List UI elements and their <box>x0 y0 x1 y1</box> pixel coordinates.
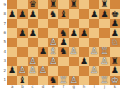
rank-label-9: 9 <box>0 0 7 9</box>
piece-black-pawn: ♟ <box>18 9 26 18</box>
square-j5[interactable] <box>99 38 109 47</box>
square-g2[interactable] <box>69 66 79 75</box>
rank-labels: 987654321 <box>0 0 7 85</box>
square-h9[interactable] <box>79 0 89 9</box>
square-b4[interactable] <box>17 47 27 56</box>
square-c7[interactable] <box>28 19 38 28</box>
piece-black-pawn: ♟ <box>8 66 16 75</box>
piece-black-pawn: ♟ <box>80 57 88 66</box>
square-k5[interactable]: ♘ <box>110 38 120 47</box>
file-labels: abcdefghijk <box>7 85 120 91</box>
square-f3[interactable] <box>58 57 68 66</box>
piece-black-pawn: ♟ <box>70 28 78 37</box>
piece-black-pawn: ♟ <box>59 38 67 47</box>
square-c4[interactable] <box>28 47 38 56</box>
piece-white-pawn: ♙ <box>29 57 37 66</box>
piece-white-bishop: ♗ <box>49 47 57 56</box>
piece-black-knight: ♞ <box>59 28 67 37</box>
square-b7[interactable] <box>17 19 27 28</box>
piece-white-rook: ♖ <box>101 76 109 85</box>
square-h8[interactable] <box>79 9 89 18</box>
square-g8[interactable] <box>69 9 79 18</box>
piece-white-pawn: ♙ <box>90 47 98 56</box>
square-a2[interactable]: ♟ <box>7 66 17 75</box>
piece-black-queen: ♛ <box>29 0 37 9</box>
piece-black-pawn: ♟ <box>101 9 109 18</box>
square-e8[interactable]: ♞ <box>48 9 58 18</box>
square-g7[interactable] <box>69 19 79 28</box>
square-b3[interactable] <box>17 57 27 66</box>
square-i7[interactable] <box>89 19 99 28</box>
square-j9[interactable]: ♜ <box>99 0 109 9</box>
square-f9[interactable] <box>58 0 68 9</box>
square-c9[interactable]: ♛ <box>28 0 38 9</box>
square-k3[interactable]: ♜ <box>110 57 120 66</box>
square-e2[interactable] <box>48 66 58 75</box>
piece-white-pawn: ♙ <box>101 57 109 66</box>
square-f4[interactable]: ♞ <box>58 47 68 56</box>
square-j6[interactable] <box>99 28 109 37</box>
square-h7[interactable] <box>79 19 89 28</box>
rank-label-2: 2 <box>0 66 7 75</box>
square-b6[interactable]: ♟ <box>17 28 27 37</box>
square-g5[interactable] <box>69 38 79 47</box>
rank-label-1: 1 <box>0 76 7 85</box>
square-c2[interactable]: ♙ <box>28 66 38 75</box>
square-a3[interactable] <box>7 57 17 66</box>
piece-black-knight: ♞ <box>59 47 67 56</box>
piece-black-pawn: ♟ <box>29 9 37 18</box>
rank-label-6: 6 <box>0 28 7 37</box>
piece-black-rook: ♜ <box>70 0 78 9</box>
square-h4[interactable] <box>79 47 89 56</box>
square-g3[interactable] <box>69 57 79 66</box>
square-b5[interactable] <box>17 38 27 47</box>
square-d3[interactable] <box>38 57 48 66</box>
piece-white-pawn: ♙ <box>70 47 78 56</box>
square-c3[interactable]: ♙ <box>28 57 38 66</box>
rank-label-4: 4 <box>0 47 7 56</box>
square-j4[interactable]: ♖ <box>99 47 109 56</box>
square-j3[interactable]: ♙ <box>99 57 109 66</box>
piece-black-pawn: ♟ <box>111 66 119 75</box>
square-k6[interactable]: ♟ <box>110 28 120 37</box>
square-b9[interactable] <box>17 0 27 9</box>
square-d6[interactable] <box>38 28 48 37</box>
piece-white-pawn: ♙ <box>70 76 78 85</box>
square-a9[interactable] <box>7 0 17 9</box>
file-label-a: a <box>7 85 17 91</box>
square-k2[interactable]: ♟ <box>110 66 120 75</box>
square-j2[interactable] <box>99 66 109 75</box>
square-d2[interactable]: ♙ <box>38 66 48 75</box>
square-d7[interactable] <box>38 19 48 28</box>
piece-black-pawn: ♟ <box>8 9 16 18</box>
piece-black-king: ♚ <box>111 9 119 18</box>
square-d9[interactable] <box>38 0 48 9</box>
file-label-k: k <box>110 85 120 91</box>
piece-white-pawn: ♙ <box>49 57 57 66</box>
square-d4[interactable]: ♟ <box>38 47 48 56</box>
chess-diagram: 987654321 ♛♜♜♜♟♟♟♞♝♟♟♚♟♟♟♞♟♟♟♙♟♘♟♗♞♙♙♖♙♙… <box>0 0 120 91</box>
square-k8[interactable]: ♚ <box>110 9 120 18</box>
piece-black-bishop: ♝ <box>59 9 67 18</box>
rank-label-5: 5 <box>0 38 7 47</box>
square-k9[interactable] <box>110 0 120 9</box>
piece-white-rook: ♖ <box>101 47 109 56</box>
square-f2[interactable] <box>58 66 68 75</box>
piece-black-rook: ♜ <box>49 0 57 9</box>
piece-black-pawn: ♟ <box>80 28 88 37</box>
square-k7[interactable]: ♟ <box>110 19 120 28</box>
piece-black-knight: ♞ <box>49 9 57 18</box>
square-h3[interactable]: ♟ <box>79 57 89 66</box>
file-label-h: h <box>79 85 89 91</box>
file-label-f: f <box>58 85 68 91</box>
square-a8[interactable]: ♟ <box>7 9 17 18</box>
rank-label-8: 8 <box>0 9 7 18</box>
square-i8[interactable]: ♟ <box>89 9 99 18</box>
square-g9[interactable]: ♜ <box>69 0 79 9</box>
chess-board: ♛♜♜♜♟♟♟♞♝♟♟♚♟♟♟♞♟♟♟♙♟♘♟♗♞♙♙♖♙♙♟♙♜♟♙♙♙♙♟♝… <box>7 0 120 85</box>
square-b8[interactable]: ♟ <box>17 9 27 18</box>
square-f6[interactable]: ♞ <box>58 28 68 37</box>
square-i5[interactable] <box>89 38 99 47</box>
piece-black-pawn: ♟ <box>39 47 47 56</box>
square-i9[interactable] <box>89 0 99 9</box>
piece-white-pawn: ♙ <box>90 66 98 75</box>
square-e4[interactable]: ♗ <box>48 47 58 56</box>
piece-white-pawn: ♙ <box>18 66 26 75</box>
rank-label-7: 7 <box>0 19 7 28</box>
square-f5[interactable]: ♟ <box>58 38 68 47</box>
piece-white-knight: ♘ <box>111 38 119 47</box>
square-e6[interactable] <box>48 28 58 37</box>
piece-black-rook: ♜ <box>101 0 109 9</box>
piece-white-pawn: ♙ <box>29 66 37 75</box>
square-h5[interactable] <box>79 38 89 47</box>
square-h2[interactable] <box>79 66 89 75</box>
file-label-d: d <box>38 85 48 91</box>
piece-black-pawn: ♟ <box>90 9 98 18</box>
file-label-j: j <box>99 85 109 91</box>
piece-black-pawn: ♟ <box>18 28 26 37</box>
square-i2[interactable]: ♙ <box>89 66 99 75</box>
piece-white-pawn: ♙ <box>49 38 57 47</box>
square-e5[interactable]: ♙ <box>48 38 58 47</box>
file-label-i: i <box>89 85 99 91</box>
file-label-g: g <box>69 85 79 91</box>
square-f7[interactable] <box>58 19 68 28</box>
square-i6[interactable] <box>89 28 99 37</box>
square-j8[interactable]: ♟ <box>99 9 109 18</box>
file-label-e: e <box>48 85 58 91</box>
square-i3[interactable] <box>89 57 99 66</box>
square-c8[interactable]: ♟ <box>28 9 38 18</box>
square-h6[interactable]: ♟ <box>79 28 89 37</box>
square-g6[interactable]: ♟ <box>69 28 79 37</box>
square-g4[interactable]: ♙ <box>69 47 79 56</box>
square-a5[interactable] <box>7 38 17 47</box>
square-d8[interactable] <box>38 9 48 18</box>
square-f8[interactable]: ♝ <box>58 9 68 18</box>
file-label-b: b <box>17 85 27 91</box>
piece-white-rook: ♖ <box>59 76 67 85</box>
square-a7[interactable] <box>7 19 17 28</box>
square-i4[interactable]: ♙ <box>89 47 99 56</box>
piece-white-king: ♔ <box>111 76 119 85</box>
square-e7[interactable] <box>48 19 58 28</box>
square-j7[interactable] <box>99 19 109 28</box>
piece-black-bishop: ♝ <box>18 76 26 85</box>
square-k4[interactable] <box>110 47 120 56</box>
piece-black-rook: ♜ <box>111 57 119 66</box>
square-a4[interactable] <box>7 47 17 56</box>
rank-label-3: 3 <box>0 57 7 66</box>
file-label-c: c <box>28 85 38 91</box>
square-d5[interactable] <box>38 38 48 47</box>
square-a6[interactable] <box>7 28 17 37</box>
square-c5[interactable] <box>28 38 38 47</box>
piece-black-knight: ♞ <box>49 76 57 85</box>
piece-white-pawn: ♙ <box>39 66 47 75</box>
square-e9[interactable]: ♜ <box>48 0 58 9</box>
piece-black-pawn: ♟ <box>111 28 119 37</box>
square-e3[interactable]: ♙ <box>48 57 58 66</box>
square-c6[interactable]: ♟ <box>28 28 38 37</box>
square-b2[interactable]: ♙ <box>17 66 27 75</box>
piece-black-pawn: ♟ <box>29 28 37 37</box>
piece-black-pawn: ♟ <box>111 19 119 28</box>
